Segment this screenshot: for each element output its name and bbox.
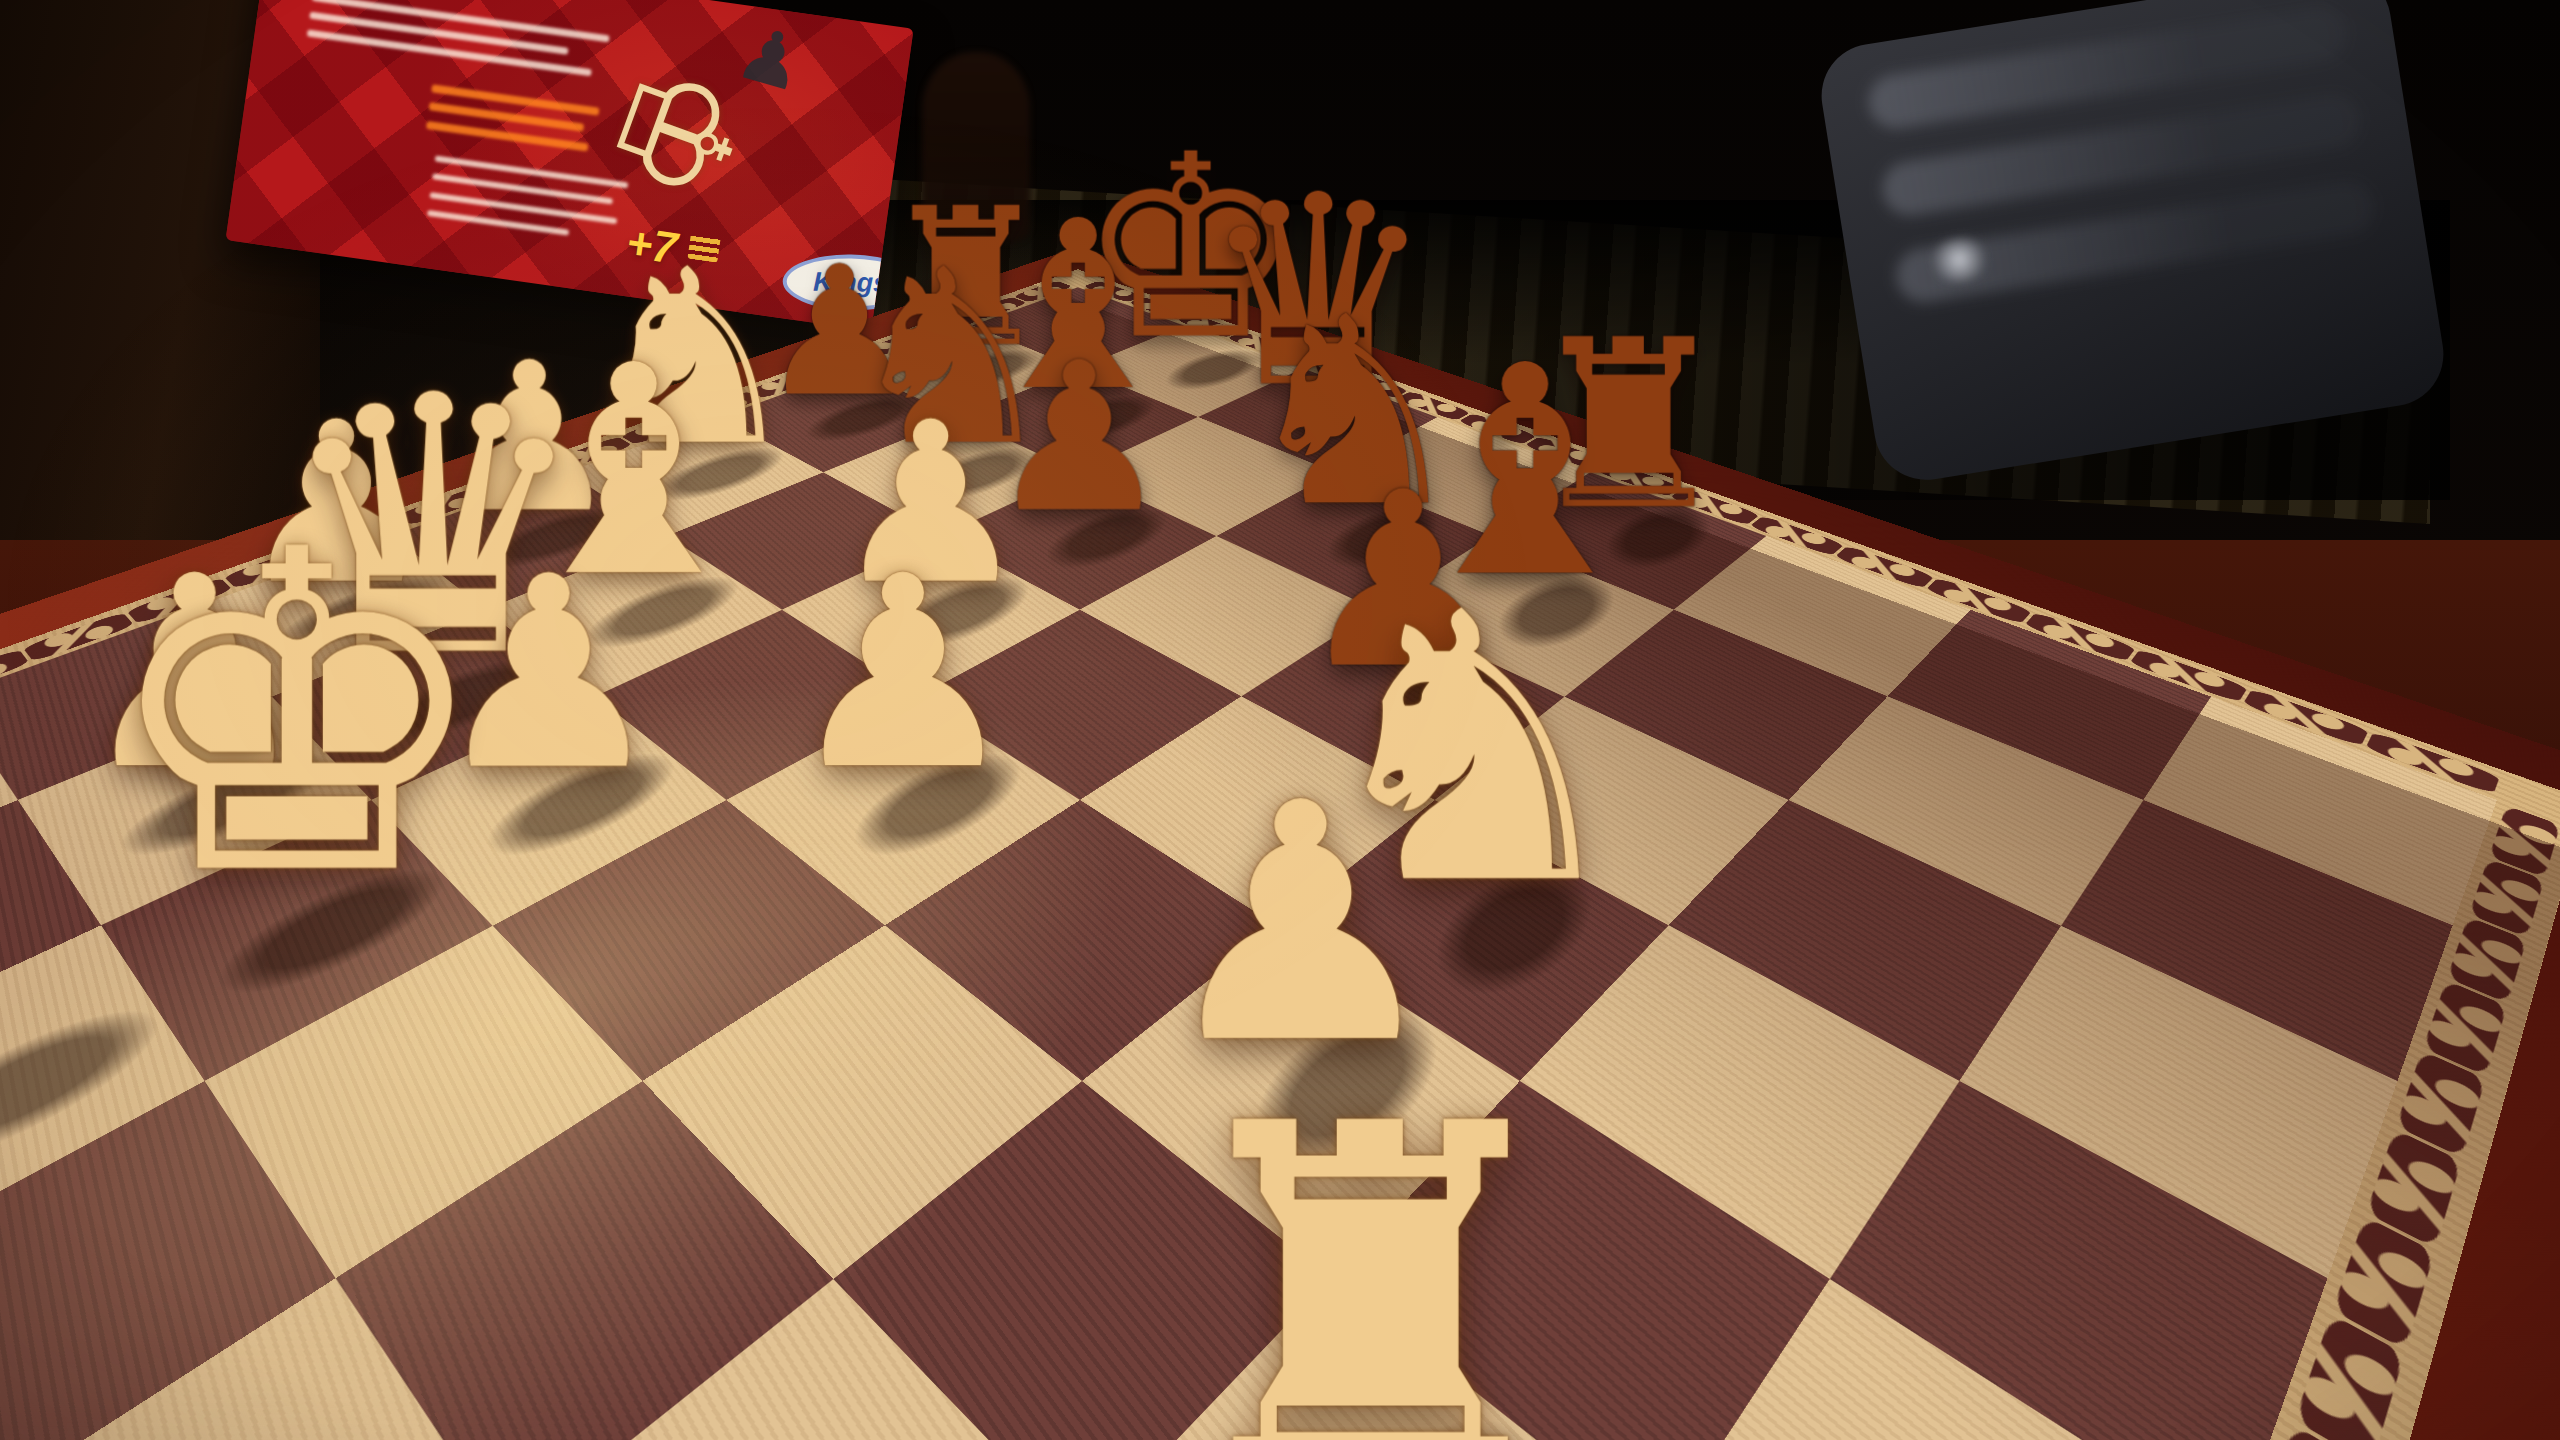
square-b3[interactable]: ♜ xyxy=(1083,1279,1659,1440)
chess-board: ♜♟♟♞♟♜♟♛♝♞♝♚♝♚♟♟♟♛♟♞♟♝♜♟♞♜ xyxy=(0,247,2560,1440)
piece-white-bishop[interactable]: ♝ xyxy=(0,675,356,1081)
scene: ♔ ♟ +7 Kings ♜♟♟♞♟♜♟♛♝♞♝♚♝♚♟♟♟♛♟♞♟♝♜♟♞♜ xyxy=(0,0,2560,1440)
square-b8[interactable] xyxy=(1887,610,2210,800)
board-perspective: ♜♟♟♞♟♜♟♛♝♞♝♚♝♚♟♟♟♛♟♞♟♝♜♟♞♜ xyxy=(0,0,2560,1440)
board-grid: ♜♟♟♞♟♜♟♛♝♞♝♚♝♚♟♟♟♛♟♞♟♝♜♟♞♜ xyxy=(0,287,2497,1440)
board-border-frame: ♜♟♟♞♟♜♟♛♝♞♝♚♝♚♟♟♟♛♟♞♟♝♜♟♞♜ xyxy=(0,269,2560,1440)
border-motif-block xyxy=(2294,1314,2404,1440)
piece-white-rook[interactable]: ♜ xyxy=(883,1075,1859,1440)
square-d2[interactable] xyxy=(335,1081,833,1440)
